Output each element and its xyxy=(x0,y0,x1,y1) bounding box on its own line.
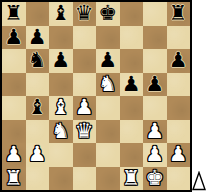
square-c5[interactable] xyxy=(49,73,73,97)
square-a7[interactable]: ♟ xyxy=(2,26,26,50)
square-e6[interactable]: ♟ xyxy=(96,49,120,73)
square-f7[interactable] xyxy=(120,26,144,50)
square-a6[interactable] xyxy=(2,49,26,73)
square-d3[interactable]: ♛ xyxy=(73,120,97,144)
piece-white-queen: ♛ xyxy=(75,121,94,142)
piece-black-rook: ♜ xyxy=(169,3,188,24)
square-g8[interactable] xyxy=(143,2,167,26)
right-margin xyxy=(192,0,207,192)
square-d6[interactable] xyxy=(73,49,97,73)
square-c2[interactable] xyxy=(49,143,73,167)
square-e1[interactable] xyxy=(96,167,120,191)
piece-black-pawn: ♟ xyxy=(4,27,23,48)
piece-white-rook: ♜ xyxy=(4,168,23,189)
square-d4[interactable]: ♟ xyxy=(73,96,97,120)
square-g1[interactable]: ♚ xyxy=(143,167,167,191)
square-h8[interactable]: ♜ xyxy=(167,2,191,26)
square-g2[interactable]: ♟ xyxy=(143,143,167,167)
square-d7[interactable] xyxy=(73,26,97,50)
square-e3[interactable] xyxy=(96,120,120,144)
square-g4[interactable] xyxy=(143,96,167,120)
square-a4[interactable] xyxy=(2,96,26,120)
piece-white-pawn: ♟ xyxy=(28,144,47,165)
square-c8[interactable]: ♝ xyxy=(49,2,73,26)
square-a3[interactable] xyxy=(2,120,26,144)
square-a2[interactable]: ♟ xyxy=(2,143,26,167)
square-f4[interactable] xyxy=(120,96,144,120)
piece-black-king: ♚ xyxy=(98,3,117,24)
square-h7[interactable] xyxy=(167,26,191,50)
square-g7[interactable] xyxy=(143,26,167,50)
piece-black-pawn: ♟ xyxy=(145,74,164,95)
square-g3[interactable]: ♟ xyxy=(143,120,167,144)
square-c4[interactable]: ♝ xyxy=(49,96,73,120)
square-e5[interactable]: ♞ xyxy=(96,73,120,97)
square-f6[interactable] xyxy=(120,49,144,73)
square-c3[interactable]: ♞ xyxy=(49,120,73,144)
square-a8[interactable]: ♜ xyxy=(2,2,26,26)
piece-black-pawn: ♟ xyxy=(122,74,141,95)
square-b1[interactable] xyxy=(26,167,50,191)
square-f2[interactable] xyxy=(120,143,144,167)
square-e2[interactable] xyxy=(96,143,120,167)
piece-white-king: ♚ xyxy=(145,168,164,189)
square-e7[interactable] xyxy=(96,26,120,50)
white-to-move-indicator xyxy=(192,171,206,191)
chess-board: ♜♝♛♚♜♟♟♞♟♟♟♞♟♟♝♝♟♞♛♟♟♟♟♟♜♜♚ xyxy=(0,0,192,192)
piece-white-bishop: ♝ xyxy=(51,97,70,118)
piece-white-pawn: ♟ xyxy=(145,144,164,165)
square-d5[interactable] xyxy=(73,73,97,97)
square-f3[interactable] xyxy=(120,120,144,144)
piece-white-rook: ♜ xyxy=(122,168,141,189)
piece-black-bishop: ♝ xyxy=(28,97,47,118)
square-b3[interactable] xyxy=(26,120,50,144)
chess-diagram: ♜♝♛♚♜♟♟♞♟♟♟♞♟♟♝♝♟♞♛♟♟♟♟♟♜♜♚ xyxy=(0,0,207,192)
square-d1[interactable] xyxy=(73,167,97,191)
square-h4[interactable] xyxy=(167,96,191,120)
piece-black-knight: ♞ xyxy=(28,50,47,71)
square-g6[interactable] xyxy=(143,49,167,73)
square-f8[interactable] xyxy=(120,2,144,26)
square-b2[interactable]: ♟ xyxy=(26,143,50,167)
square-h5[interactable] xyxy=(167,73,191,97)
square-c1[interactable] xyxy=(49,167,73,191)
square-f1[interactable]: ♜ xyxy=(120,167,144,191)
square-h2[interactable]: ♟ xyxy=(167,143,191,167)
square-b7[interactable]: ♟ xyxy=(26,26,50,50)
square-h1[interactable] xyxy=(167,167,191,191)
piece-black-pawn: ♟ xyxy=(169,50,188,71)
piece-white-pawn: ♟ xyxy=(4,144,23,165)
piece-white-pawn: ♟ xyxy=(169,144,188,165)
square-e4[interactable] xyxy=(96,96,120,120)
piece-white-knight: ♞ xyxy=(98,74,117,95)
piece-black-pawn: ♟ xyxy=(98,50,117,71)
piece-black-pawn: ♟ xyxy=(28,27,47,48)
piece-white-pawn: ♟ xyxy=(145,121,164,142)
square-a1[interactable]: ♜ xyxy=(2,167,26,191)
square-b4[interactable]: ♝ xyxy=(26,96,50,120)
piece-white-pawn: ♟ xyxy=(75,97,94,118)
piece-black-bishop: ♝ xyxy=(51,3,70,24)
piece-black-pawn: ♟ xyxy=(51,50,70,71)
piece-black-rook: ♜ xyxy=(4,3,23,24)
square-g5[interactable]: ♟ xyxy=(143,73,167,97)
square-h3[interactable] xyxy=(167,120,191,144)
square-e8[interactable]: ♚ xyxy=(96,2,120,26)
square-h6[interactable]: ♟ xyxy=(167,49,191,73)
square-f5[interactable]: ♟ xyxy=(120,73,144,97)
square-d8[interactable]: ♛ xyxy=(73,2,97,26)
square-a5[interactable] xyxy=(2,73,26,97)
square-b8[interactable] xyxy=(26,2,50,26)
square-d2[interactable] xyxy=(73,143,97,167)
square-c6[interactable]: ♟ xyxy=(49,49,73,73)
piece-black-queen: ♛ xyxy=(75,3,94,24)
square-b5[interactable] xyxy=(26,73,50,97)
square-b6[interactable]: ♞ xyxy=(26,49,50,73)
square-c7[interactable] xyxy=(49,26,73,50)
piece-white-knight: ♞ xyxy=(51,121,70,142)
